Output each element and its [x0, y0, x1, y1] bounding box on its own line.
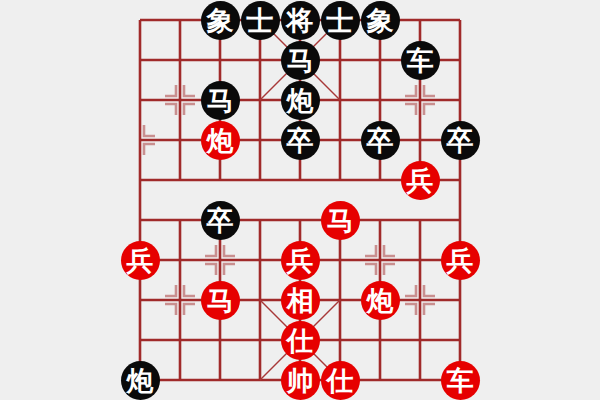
piece-black-soldier[interactable]: 卒 [441, 121, 480, 160]
piece-red-soldier[interactable]: 兵 [441, 241, 480, 280]
piece-red-advisor[interactable]: 仕 [281, 321, 320, 360]
piece-red-general[interactable]: 帅 [281, 361, 320, 400]
piece-red-cannon[interactable]: 炮 [361, 281, 400, 320]
piece-black-elephant[interactable]: 象 [201, 1, 240, 40]
piece-black-advisor[interactable]: 士 [321, 1, 360, 40]
piece-red-elephant[interactable]: 相 [281, 281, 320, 320]
piece-black-soldier[interactable]: 卒 [201, 201, 240, 240]
piece-red-horse[interactable]: 马 [201, 281, 240, 320]
piece-red-cannon[interactable]: 炮 [201, 121, 240, 160]
piece-red-soldier[interactable]: 兵 [121, 241, 160, 280]
piece-red-horse[interactable]: 马 [321, 201, 360, 240]
piece-black-soldier[interactable]: 卒 [281, 121, 320, 160]
piece-red-advisor[interactable]: 仕 [321, 361, 360, 400]
piece-black-cannon[interactable]: 炮 [281, 81, 320, 120]
piece-black-chariot[interactable]: 车 [401, 41, 440, 80]
piece-red-chariot[interactable]: 车 [441, 361, 480, 400]
piece-red-soldier[interactable]: 兵 [401, 161, 440, 200]
piece-black-horse[interactable]: 马 [201, 81, 240, 120]
xiangqi-app: 象士将士象马车马炮炮卒卒卒兵卒马兵兵兵马相炮仕炮帅仕车 [0, 0, 600, 400]
piece-black-advisor[interactable]: 士 [241, 1, 280, 40]
piece-black-horse[interactable]: 马 [281, 41, 320, 80]
piece-black-general[interactable]: 将 [281, 1, 320, 40]
piece-red-soldier[interactable]: 兵 [281, 241, 320, 280]
piece-black-soldier[interactable]: 卒 [361, 121, 400, 160]
piece-black-elephant[interactable]: 象 [361, 1, 400, 40]
piece-black-cannon[interactable]: 炮 [121, 361, 160, 400]
xiangqi-board[interactable]: 象士将士象马车马炮炮卒卒卒兵卒马兵兵兵马相炮仕炮帅仕车 [0, 0, 600, 400]
